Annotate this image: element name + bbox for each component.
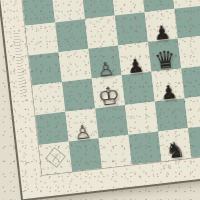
chess-board: ♟♙♟♛♔♟♙♞ 7 10: [0, 0, 200, 199]
square-b5[interactable]: [55, 19, 88, 52]
square-b2[interactable]: ♙: [65, 108, 98, 141]
square-d4[interactable]: ♟: [118, 42, 151, 75]
piece-white-king[interactable]: ♔: [96, 83, 121, 110]
square-d5[interactable]: [115, 12, 148, 45]
square-a1[interactable]: [39, 142, 72, 175]
square-b1[interactable]: [69, 138, 102, 171]
square-c1[interactable]: [99, 135, 132, 168]
square-e2[interactable]: [155, 98, 188, 131]
square-f4[interactable]: [178, 35, 200, 68]
square-b4[interactable]: [59, 49, 92, 82]
corner-ornament-icon: [45, 147, 66, 168]
square-f5[interactable]: [174, 5, 200, 38]
square-d3[interactable]: [122, 72, 155, 105]
square-e1[interactable]: ♞: [158, 128, 191, 161]
square-c5[interactable]: [85, 16, 118, 49]
square-b3[interactable]: [62, 79, 95, 112]
square-e5[interactable]: ♟: [145, 9, 178, 42]
square-c3[interactable]: ♔: [92, 75, 125, 108]
square-c4[interactable]: ♙: [88, 45, 121, 78]
square-a5[interactable]: [25, 22, 58, 55]
board-photo: ♟♙♟♛♔♟♙♞ 7 10: [0, 0, 200, 200]
square-a4[interactable]: [29, 52, 62, 85]
piece-black-queen[interactable]: ♛: [153, 47, 177, 73]
piece-black-knight[interactable]: ♞: [164, 139, 186, 163]
playing-area: ♟♙♟♛♔♟♙♞: [15, 0, 200, 175]
square-a3[interactable]: [32, 82, 65, 115]
piece-black-pawn[interactable]: ♟: [153, 22, 172, 43]
square-a2[interactable]: [36, 112, 69, 145]
piece-black-pawn[interactable]: ♟: [126, 56, 145, 77]
square-f3[interactable]: [181, 65, 200, 98]
square-d1[interactable]: [128, 131, 161, 164]
square-d2[interactable]: [125, 102, 158, 135]
left-border-mark: 7: [26, 161, 31, 165]
piece-white-pawn[interactable]: ♙: [73, 122, 92, 143]
piece-black-pawn[interactable]: ♟: [159, 82, 178, 103]
bottom-border-text: 10: [162, 164, 173, 170]
left-border-print: [13, 33, 26, 97]
square-e4[interactable]: ♛: [148, 39, 181, 72]
piece-white-pawn[interactable]: ♙: [96, 59, 115, 80]
square-f2[interactable]: [185, 95, 200, 128]
